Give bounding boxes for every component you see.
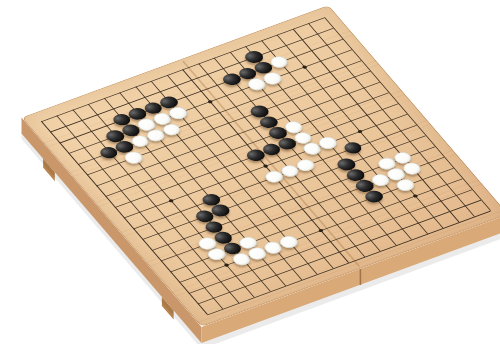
grid-line-horizontal xyxy=(142,136,426,240)
go-board-photo xyxy=(0,0,500,344)
black-stone xyxy=(341,140,365,156)
grid-line-vertical xyxy=(213,58,380,252)
